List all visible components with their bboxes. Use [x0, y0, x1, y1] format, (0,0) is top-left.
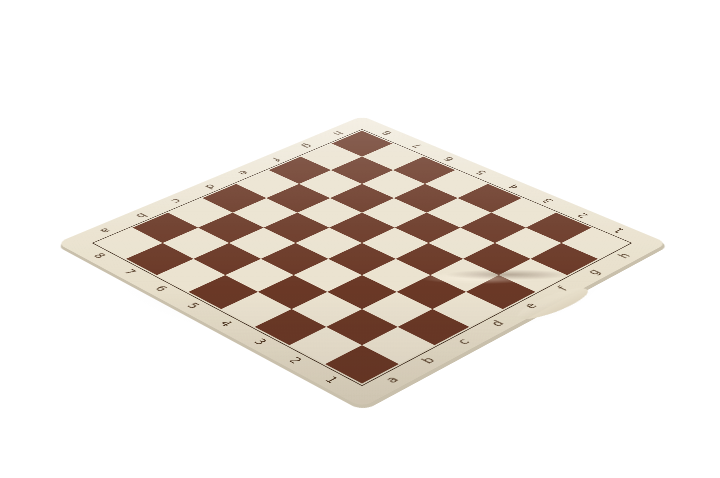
- photo-background: aabbccddeeffgghh1122334455667788: [0, 0, 720, 478]
